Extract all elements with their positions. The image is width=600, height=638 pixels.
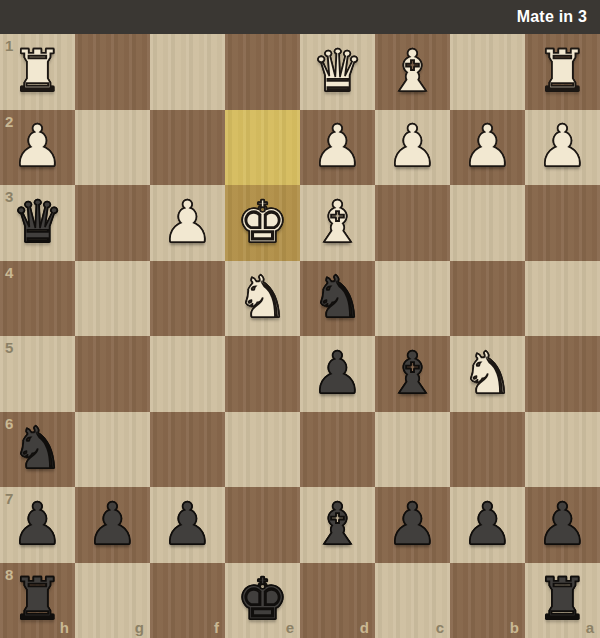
square-f7[interactable]: ♟ — [150, 487, 225, 563]
square-a7[interactable]: ♟ — [525, 487, 600, 563]
square-c7[interactable]: ♟ — [375, 487, 450, 563]
square-e3[interactable]: ♚ — [225, 185, 300, 261]
piece-white-pawn[interactable]: ♟ — [537, 117, 589, 175]
square-a4[interactable] — [525, 261, 600, 337]
square-d4[interactable]: ♞ — [300, 261, 375, 337]
piece-white-knight[interactable]: ♞ — [237, 268, 289, 326]
square-f1[interactable] — [150, 34, 225, 110]
piece-black-pawn[interactable]: ♟ — [312, 344, 364, 402]
square-a2[interactable]: ♟ — [525, 110, 600, 186]
rank-label-5: 5 — [5, 340, 13, 355]
piece-white-pawn[interactable]: ♟ — [462, 117, 514, 175]
square-d6[interactable] — [300, 412, 375, 488]
square-b3[interactable] — [450, 185, 525, 261]
square-g8[interactable]: g — [75, 563, 150, 638]
file-label-c: c — [436, 620, 444, 635]
square-e6[interactable] — [225, 412, 300, 488]
square-f6[interactable] — [150, 412, 225, 488]
square-d8[interactable]: d — [300, 563, 375, 638]
square-f5[interactable] — [150, 336, 225, 412]
rank-label-4: 4 — [5, 265, 13, 280]
piece-white-pawn[interactable]: ♟ — [12, 117, 64, 175]
piece-white-knight[interactable]: ♞ — [462, 344, 514, 402]
square-g7[interactable]: ♟ — [75, 487, 150, 563]
square-g2[interactable] — [75, 110, 150, 186]
square-c2[interactable]: ♟ — [375, 110, 450, 186]
piece-white-bishop[interactable]: ♝ — [387, 42, 439, 100]
square-g5[interactable] — [75, 336, 150, 412]
square-b5[interactable]: ♞ — [450, 336, 525, 412]
square-d1[interactable]: ♛ — [300, 34, 375, 110]
piece-black-pawn[interactable]: ♟ — [87, 495, 139, 553]
piece-white-pawn[interactable]: ♟ — [387, 117, 439, 175]
piece-black-pawn[interactable]: ♟ — [12, 495, 64, 553]
square-f8[interactable]: f — [150, 563, 225, 638]
square-c3[interactable] — [375, 185, 450, 261]
square-f4[interactable] — [150, 261, 225, 337]
square-h1[interactable]: 1♜ — [0, 34, 75, 110]
square-d3[interactable]: ♝ — [300, 185, 375, 261]
square-g6[interactable] — [75, 412, 150, 488]
piece-black-knight[interactable]: ♞ — [312, 268, 364, 326]
square-g3[interactable] — [75, 185, 150, 261]
square-a5[interactable] — [525, 336, 600, 412]
square-c6[interactable] — [375, 412, 450, 488]
square-b4[interactable] — [450, 261, 525, 337]
square-e1[interactable] — [225, 34, 300, 110]
file-label-f: f — [214, 620, 219, 635]
square-a1[interactable]: ♜ — [525, 34, 600, 110]
piece-white-queen[interactable]: ♛ — [312, 42, 364, 100]
square-a3[interactable] — [525, 185, 600, 261]
square-f2[interactable] — [150, 110, 225, 186]
square-g4[interactable] — [75, 261, 150, 337]
square-d7[interactable]: ♝ — [300, 487, 375, 563]
piece-black-pawn[interactable]: ♟ — [462, 495, 514, 553]
piece-white-king[interactable]: ♚ — [237, 193, 289, 251]
file-label-d: d — [360, 620, 369, 635]
piece-white-pawn[interactable]: ♟ — [312, 117, 364, 175]
piece-black-pawn[interactable]: ♟ — [162, 495, 214, 553]
square-b2[interactable]: ♟ — [450, 110, 525, 186]
piece-white-bishop[interactable]: ♝ — [312, 193, 364, 251]
square-d5[interactable]: ♟ — [300, 336, 375, 412]
square-d2[interactable]: ♟ — [300, 110, 375, 186]
header-bar: Mate in 3 — [0, 0, 600, 34]
piece-black-pawn[interactable]: ♟ — [387, 495, 439, 553]
square-e5[interactable] — [225, 336, 300, 412]
square-b6[interactable] — [450, 412, 525, 488]
piece-white-rook[interactable]: ♜ — [12, 42, 64, 100]
square-b7[interactable]: ♟ — [450, 487, 525, 563]
piece-black-rook[interactable]: ♜ — [12, 570, 64, 628]
square-c8[interactable]: c — [375, 563, 450, 638]
square-g1[interactable] — [75, 34, 150, 110]
square-c5[interactable]: ♝ — [375, 336, 450, 412]
square-h6[interactable]: 6♞ — [0, 412, 75, 488]
piece-black-king[interactable]: ♚ — [237, 570, 289, 628]
file-label-g: g — [135, 620, 144, 635]
piece-black-pawn[interactable]: ♟ — [537, 495, 589, 553]
file-label-b: b — [510, 620, 519, 635]
square-e7[interactable] — [225, 487, 300, 563]
square-e4[interactable]: ♞ — [225, 261, 300, 337]
piece-black-bishop[interactable]: ♝ — [312, 495, 364, 553]
piece-white-pawn[interactable]: ♟ — [162, 193, 214, 251]
square-h4[interactable]: 4 — [0, 261, 75, 337]
puzzle-title: Mate in 3 — [517, 8, 587, 26]
piece-black-knight[interactable]: ♞ — [12, 419, 64, 477]
piece-black-queen[interactable]: ♛ — [12, 193, 64, 251]
square-h3[interactable]: 3♛ — [0, 185, 75, 261]
square-c1[interactable]: ♝ — [375, 34, 450, 110]
square-c4[interactable] — [375, 261, 450, 337]
square-a6[interactable] — [525, 412, 600, 488]
square-h8[interactable]: 8h♜ — [0, 563, 75, 638]
square-h7[interactable]: 7♟ — [0, 487, 75, 563]
square-f3[interactable]: ♟ — [150, 185, 225, 261]
square-b8[interactable]: b — [450, 563, 525, 638]
chess-board: 1♜♛♝♜2♟♟♟♟♟3♛♟♚♝4♞♞5♟♝♞6♞7♟♟♟♝♟♟♟8h♜gfe♚… — [0, 34, 600, 638]
piece-black-rook[interactable]: ♜ — [537, 570, 589, 628]
square-a8[interactable]: a♜ — [525, 563, 600, 638]
square-e8[interactable]: e♚ — [225, 563, 300, 638]
piece-white-rook[interactable]: ♜ — [537, 42, 589, 100]
piece-black-bishop[interactable]: ♝ — [387, 344, 439, 402]
square-e2[interactable] — [225, 110, 300, 186]
square-h5[interactable]: 5 — [0, 336, 75, 412]
square-h2[interactable]: 2♟ — [0, 110, 75, 186]
square-b1[interactable] — [450, 34, 525, 110]
